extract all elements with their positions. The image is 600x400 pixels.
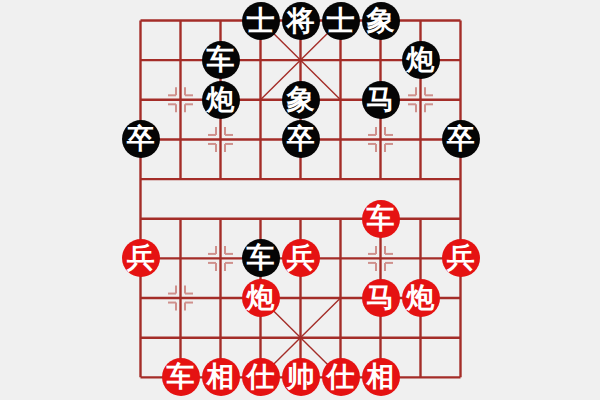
piece-red-advisor[interactable]: 仕 [322,358,360,396]
piece-red-chariot[interactable]: 车 [362,200,400,238]
piece-black-elephant[interactable]: 象 [362,2,400,40]
piece-black-soldier[interactable]: 卒 [442,120,480,158]
piece-black-soldier[interactable]: 卒 [122,120,160,158]
piece-red-horse[interactable]: 马 [362,279,400,317]
piece-black-cannon[interactable]: 炮 [402,41,440,79]
piece-red-cannon[interactable]: 炮 [402,279,440,317]
piece-black-elephant[interactable]: 象 [282,81,320,119]
piece-red-chariot[interactable]: 车 [162,358,200,396]
piece-red-soldier[interactable]: 兵 [442,239,480,277]
piece-red-cannon[interactable]: 炮 [242,279,280,317]
piece-red-elephant[interactable]: 相 [362,358,400,396]
piece-black-cannon[interactable]: 炮 [202,81,240,119]
piece-red-elephant[interactable]: 相 [202,358,240,396]
piece-black-advisor[interactable]: 士 [322,2,360,40]
piece-red-advisor[interactable]: 仕 [242,358,280,396]
piece-black-soldier[interactable]: 卒 [282,120,320,158]
piece-red-soldier[interactable]: 兵 [282,239,320,277]
piece-black-advisor[interactable]: 士 [242,2,280,40]
piece-black-general[interactable]: 将 [282,2,320,40]
piece-black-chariot[interactable]: 车 [202,41,240,79]
piece-red-soldier[interactable]: 兵 [122,239,160,277]
board-grid [0,0,600,400]
piece-black-chariot[interactable]: 车 [242,239,280,277]
piece-black-horse[interactable]: 马 [362,81,400,119]
piece-red-general[interactable]: 帅 [282,358,320,396]
xiangqi-app-background: 士将士象车炮炮象马卒卒卒车车兵兵兵炮马炮车相仕帅仕相 [0,0,600,400]
